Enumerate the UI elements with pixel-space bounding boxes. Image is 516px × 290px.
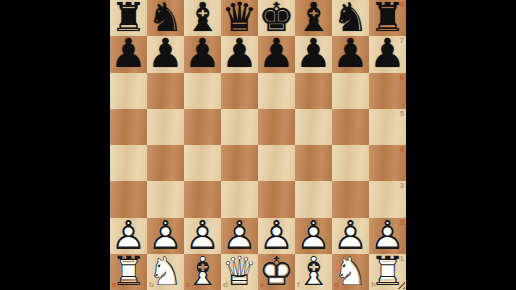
black-pawn[interactable]: ♟ [147, 36, 184, 72]
black-pawn[interactable]: ♟ [110, 36, 147, 72]
square-h6[interactable]: 6 [369, 73, 406, 109]
square-a7[interactable]: ♟ [110, 36, 147, 72]
square-b4[interactable] [147, 145, 184, 181]
square-g4[interactable] [332, 145, 369, 181]
square-h7[interactable]: ♟7 [369, 36, 406, 72]
square-a5[interactable] [110, 109, 147, 145]
square-c7[interactable]: ♟ [184, 36, 221, 72]
square-e4[interactable] [258, 145, 295, 181]
square-a6[interactable] [110, 73, 147, 109]
square-b7[interactable]: ♟ [147, 36, 184, 72]
square-e1[interactable]: ♚♔e [258, 254, 295, 290]
square-g1[interactable]: ♞♘g [332, 254, 369, 290]
square-f6[interactable] [295, 73, 332, 109]
square-g5[interactable] [332, 109, 369, 145]
black-pawn[interactable]: ♟ [295, 36, 332, 72]
square-h1[interactable]: ♜♖1h [369, 254, 406, 290]
square-d1[interactable]: ♛♕d [221, 254, 258, 290]
square-e6[interactable] [258, 73, 295, 109]
square-c1[interactable]: ♝♗c [184, 254, 221, 290]
white-knight[interactable]: ♞♘ [332, 254, 369, 290]
square-f4[interactable] [295, 145, 332, 181]
black-pawn[interactable]: ♟ [184, 36, 221, 72]
square-c5[interactable] [184, 109, 221, 145]
black-pawn[interactable]: ♟ [332, 36, 369, 72]
square-d5[interactable] [221, 109, 258, 145]
white-bishop[interactable]: ♝♗ [184, 254, 221, 290]
square-c6[interactable] [184, 73, 221, 109]
rank-label-4: 4 [400, 146, 404, 154]
black-pawn[interactable]: ♟ [221, 36, 258, 72]
square-a4[interactable] [110, 145, 147, 181]
square-b6[interactable] [147, 73, 184, 109]
square-b1[interactable]: ♞♘b [147, 254, 184, 290]
square-f7[interactable]: ♟ [295, 36, 332, 72]
white-knight[interactable]: ♞♘ [147, 254, 184, 290]
square-d7[interactable]: ♟ [221, 36, 258, 72]
square-e7[interactable]: ♟ [258, 36, 295, 72]
square-e5[interactable] [258, 109, 295, 145]
square-f5[interactable] [295, 109, 332, 145]
rank-label-5: 5 [400, 110, 404, 118]
square-c4[interactable] [184, 145, 221, 181]
square-a1[interactable]: ♜♖a [110, 254, 147, 290]
black-pawn[interactable]: ♟ [258, 36, 295, 72]
white-bishop[interactable]: ♝♗ [295, 254, 332, 290]
square-h4[interactable]: 4 [369, 145, 406, 181]
square-b5[interactable] [147, 109, 184, 145]
square-f1[interactable]: ♝♗f [295, 254, 332, 290]
white-queen[interactable]: ♛♕ [221, 254, 258, 290]
square-g6[interactable] [332, 73, 369, 109]
rank-label-3: 3 [400, 182, 404, 190]
square-d6[interactable] [221, 73, 258, 109]
rank-label-6: 6 [400, 74, 404, 82]
app-background: ♜♞♝♛♚♝♞♜8♟♟♟♟♟♟♟♟76543♟♙♟♙♟♙♟♙♟♙♟♙♟♙♟♙2♜… [0, 0, 516, 290]
square-g7[interactable]: ♟ [332, 36, 369, 72]
black-pawn[interactable]: ♟ [369, 36, 406, 72]
chess-board: ♜♞♝♛♚♝♞♜8♟♟♟♟♟♟♟♟76543♟♙♟♙♟♙♟♙♟♙♟♙♟♙♟♙2♜… [110, 0, 406, 290]
white-king[interactable]: ♚♔ [258, 254, 295, 290]
white-rook[interactable]: ♜♖ [110, 254, 147, 290]
square-h5[interactable]: 5 [369, 109, 406, 145]
square-d4[interactable] [221, 145, 258, 181]
